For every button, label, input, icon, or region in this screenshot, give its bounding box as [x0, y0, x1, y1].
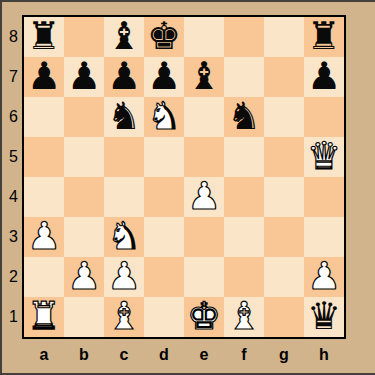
square-h8[interactable]: ♜	[304, 17, 344, 57]
square-h4[interactable]	[304, 177, 344, 217]
square-g4[interactable]	[264, 177, 304, 217]
square-g3[interactable]	[264, 217, 304, 257]
square-c7[interactable]: ♟	[104, 57, 144, 97]
square-a1[interactable]: ♜	[24, 297, 64, 337]
square-f3[interactable]	[224, 217, 264, 257]
square-d8[interactable]: ♚	[144, 17, 184, 57]
square-g2[interactable]	[264, 257, 304, 297]
board-grid: ♜♝♚♜♟♟♟♟♝♟♞♞♞♛♟♟♞♟♟♟♜♝♚♝♛	[24, 17, 344, 337]
piece-black-rook[interactable]: ♜	[307, 17, 341, 55]
square-a7[interactable]: ♟	[24, 57, 64, 97]
file-label-c: c	[104, 342, 144, 368]
rank-label-4: 4	[2, 177, 21, 217]
rank-label-5: 5	[2, 137, 21, 177]
square-b2[interactable]: ♟	[64, 257, 104, 297]
square-h2[interactable]: ♟	[304, 257, 344, 297]
square-h7[interactable]: ♟	[304, 57, 344, 97]
file-label-d: d	[144, 342, 184, 368]
file-label-g: g	[264, 342, 304, 368]
square-h3[interactable]	[304, 217, 344, 257]
piece-white-pawn[interactable]: ♟	[67, 257, 101, 295]
square-f5[interactable]	[224, 137, 264, 177]
square-e8[interactable]	[184, 17, 224, 57]
piece-black-bishop[interactable]: ♝	[187, 57, 221, 95]
piece-white-king[interactable]: ♚	[187, 297, 221, 335]
square-a6[interactable]	[24, 97, 64, 137]
square-d3[interactable]	[144, 217, 184, 257]
square-e1[interactable]: ♚	[184, 297, 224, 337]
square-a5[interactable]	[24, 137, 64, 177]
file-label-b: b	[64, 342, 104, 368]
square-g1[interactable]	[264, 297, 304, 337]
piece-white-knight[interactable]: ♞	[107, 217, 141, 255]
chess-board: ♜♝♚♜♟♟♟♟♝♟♞♞♞♛♟♟♞♟♟♟♜♝♚♝♛	[22, 15, 346, 339]
square-g8[interactable]	[264, 17, 304, 57]
piece-black-pawn[interactable]: ♟	[107, 57, 141, 95]
square-h1[interactable]: ♛	[304, 297, 344, 337]
square-a3[interactable]: ♟	[24, 217, 64, 257]
piece-white-rook[interactable]: ♜	[27, 297, 61, 335]
square-f8[interactable]	[224, 17, 264, 57]
file-labels: abcdefgh	[24, 342, 344, 368]
square-b5[interactable]	[64, 137, 104, 177]
square-e2[interactable]	[184, 257, 224, 297]
square-c2[interactable]: ♟	[104, 257, 144, 297]
square-h5[interactable]: ♛	[304, 137, 344, 177]
square-c1[interactable]: ♝	[104, 297, 144, 337]
piece-white-pawn[interactable]: ♟	[307, 257, 341, 295]
square-e7[interactable]: ♝	[184, 57, 224, 97]
rank-label-7: 7	[2, 57, 21, 97]
square-d7[interactable]: ♟	[144, 57, 184, 97]
piece-black-pawn[interactable]: ♟	[27, 57, 61, 95]
square-e4[interactable]: ♟	[184, 177, 224, 217]
square-b1[interactable]	[64, 297, 104, 337]
square-b6[interactable]	[64, 97, 104, 137]
square-e5[interactable]	[184, 137, 224, 177]
piece-black-pawn[interactable]: ♟	[147, 57, 181, 95]
piece-white-bishop[interactable]: ♝	[227, 297, 261, 335]
square-c4[interactable]	[104, 177, 144, 217]
piece-black-knight[interactable]: ♞	[107, 97, 141, 135]
piece-black-rook[interactable]: ♜	[27, 17, 61, 55]
square-c5[interactable]	[104, 137, 144, 177]
piece-black-bishop[interactable]: ♝	[107, 17, 141, 55]
piece-black-king[interactable]: ♚	[147, 17, 181, 55]
file-label-e: e	[184, 342, 224, 368]
rank-label-3: 3	[2, 217, 21, 257]
piece-black-pawn[interactable]: ♟	[67, 57, 101, 95]
piece-white-pawn[interactable]: ♟	[27, 217, 61, 255]
square-f4[interactable]	[224, 177, 264, 217]
square-d1[interactable]	[144, 297, 184, 337]
file-label-a: a	[24, 342, 64, 368]
square-c6[interactable]: ♞	[104, 97, 144, 137]
square-g7[interactable]	[264, 57, 304, 97]
square-a8[interactable]: ♜	[24, 17, 64, 57]
file-label-f: f	[224, 342, 264, 368]
piece-white-queen[interactable]: ♛	[307, 137, 341, 175]
file-label-h: h	[304, 342, 344, 368]
square-a2[interactable]	[24, 257, 64, 297]
square-a4[interactable]	[24, 177, 64, 217]
square-d4[interactable]	[144, 177, 184, 217]
square-g6[interactable]	[264, 97, 304, 137]
square-d2[interactable]	[144, 257, 184, 297]
piece-white-pawn[interactable]: ♟	[107, 257, 141, 295]
piece-black-knight[interactable]: ♞	[227, 97, 261, 135]
rank-label-2: 2	[2, 257, 21, 297]
square-c3[interactable]: ♞	[104, 217, 144, 257]
square-f1[interactable]: ♝	[224, 297, 264, 337]
square-b7[interactable]: ♟	[64, 57, 104, 97]
square-f7[interactable]	[224, 57, 264, 97]
square-b4[interactable]	[64, 177, 104, 217]
square-d5[interactable]	[144, 137, 184, 177]
square-b8[interactable]	[64, 17, 104, 57]
rank-label-1: 1	[2, 297, 21, 337]
rank-labels: 87654321	[2, 17, 21, 337]
chess-diagram: 87654321 ♜♝♚♜♟♟♟♟♝♟♞♞♞♛♟♟♞♟♟♟♜♝♚♝♛ abcde…	[0, 0, 375, 375]
piece-white-knight[interactable]: ♞	[147, 97, 181, 135]
square-h6[interactable]	[304, 97, 344, 137]
square-f2[interactable]	[224, 257, 264, 297]
piece-white-bishop[interactable]: ♝	[107, 297, 141, 335]
rank-label-8: 8	[2, 17, 21, 57]
piece-white-pawn[interactable]: ♟	[187, 177, 221, 215]
square-c8[interactable]: ♝	[104, 17, 144, 57]
rank-label-6: 6	[2, 97, 21, 137]
square-f6[interactable]: ♞	[224, 97, 264, 137]
piece-black-queen[interactable]: ♛	[307, 297, 341, 335]
square-e3[interactable]	[184, 217, 224, 257]
piece-black-pawn[interactable]: ♟	[307, 57, 341, 95]
square-g5[interactable]	[264, 137, 304, 177]
square-e6[interactable]	[184, 97, 224, 137]
square-d6[interactable]: ♞	[144, 97, 184, 137]
square-b3[interactable]	[64, 217, 104, 257]
